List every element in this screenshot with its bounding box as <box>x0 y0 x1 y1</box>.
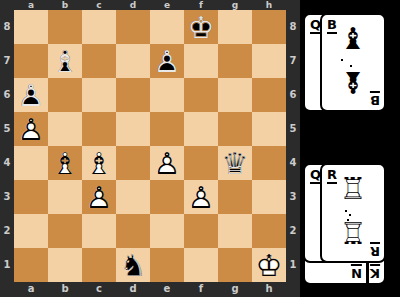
piece-glyph-fill: ♚ <box>252 248 286 282</box>
square-h2[interactable] <box>252 214 286 248</box>
square-e6[interactable] <box>150 78 184 112</box>
piece-glyph-outline: ♘ <box>116 248 150 282</box>
square-c4[interactable]: ♝♗ <box>82 146 116 180</box>
piece-glyph-fill: ♟ <box>14 112 48 146</box>
piece-glyph-fill: ♟ <box>150 146 184 180</box>
white-bishop[interactable]: ♝♗ <box>82 146 116 180</box>
square-e3[interactable] <box>150 180 184 214</box>
piece-glyph-fill: ♟ <box>150 44 184 78</box>
black-bishop[interactable]: ♝♗ <box>48 44 82 78</box>
card-rank-index: R <box>327 168 337 184</box>
piece-glyph-fill: ♟ <box>14 78 48 112</box>
square-f6[interactable] <box>184 78 218 112</box>
chess-board[interactable]: ♚♔♝♗♟♙♟♙♟♙♝♗♝♗♟♙♛♕♟♙♟♙♞♘♚♔ <box>14 10 286 282</box>
card-dot <box>341 59 343 61</box>
card-dot <box>347 219 349 221</box>
square-f7[interactable] <box>184 44 218 78</box>
square-a3[interactable] <box>14 180 48 214</box>
square-f4[interactable] <box>184 146 218 180</box>
piece-glyph-outline: ♗ <box>48 146 82 180</box>
square-e7[interactable]: ♟♙ <box>150 44 184 78</box>
piece-glyph-fill: ♟ <box>82 180 116 214</box>
card-dot <box>350 65 352 67</box>
file-label-h: h <box>252 282 286 297</box>
square-c1[interactable] <box>82 248 116 282</box>
piece-glyph-fill: ♚ <box>184 10 218 44</box>
white-pawn[interactable]: ♟♙ <box>150 146 184 180</box>
file-label-c: c <box>82 0 116 10</box>
square-a1[interactable] <box>14 248 48 282</box>
white-king[interactable]: ♚♔ <box>252 248 286 282</box>
rank-labels-right: 87654321 <box>286 10 300 282</box>
white-bishop[interactable]: ♝♗ <box>48 146 82 180</box>
file-label-b: b <box>48 282 82 297</box>
rank-label-5: 5 <box>0 112 14 146</box>
square-a8[interactable] <box>14 10 48 44</box>
square-g7[interactable] <box>218 44 252 78</box>
square-d4[interactable] <box>116 146 150 180</box>
square-b3[interactable] <box>48 180 82 214</box>
file-label-a: a <box>14 0 48 10</box>
square-c2[interactable] <box>82 214 116 248</box>
square-g3[interactable] <box>218 180 252 214</box>
rank-label-3: 3 <box>286 180 300 214</box>
piece-glyph-outline: ♙ <box>14 112 48 146</box>
square-d8[interactable] <box>116 10 150 44</box>
square-c3[interactable]: ♟♙ <box>82 180 116 214</box>
square-c7[interactable] <box>82 44 116 78</box>
black-queen[interactable]: ♛♕ <box>218 146 252 180</box>
cards-panel: Q B ♝ ♝ B N K Q R ♖ ♖ R <box>300 0 400 297</box>
square-f8[interactable]: ♚♔ <box>184 10 218 44</box>
square-g8[interactable] <box>218 10 252 44</box>
rank-labels-left: 87654321 <box>0 10 14 282</box>
piece-glyph-outline: ♔ <box>184 10 218 44</box>
file-label-e: e <box>150 0 184 10</box>
rank-label-3: 3 <box>0 180 14 214</box>
black-king[interactable]: ♚♔ <box>184 10 218 44</box>
square-d6[interactable] <box>116 78 150 112</box>
rank-label-6: 6 <box>286 78 300 112</box>
file-label-g: g <box>218 282 252 297</box>
square-g4[interactable]: ♛♕ <box>218 146 252 180</box>
square-e4[interactable]: ♟♙ <box>150 146 184 180</box>
square-d1[interactable]: ♞♘ <box>116 248 150 282</box>
square-g5[interactable] <box>218 112 252 146</box>
square-d3[interactable] <box>116 180 150 214</box>
file-label-e: e <box>150 282 184 297</box>
piece-glyph-fill: ♛ <box>218 146 252 180</box>
square-g1[interactable] <box>218 248 252 282</box>
piece-glyph-fill: ♝ <box>48 44 82 78</box>
square-h6[interactable] <box>252 78 286 112</box>
piece-glyph-fill: ♝ <box>48 146 82 180</box>
file-label-f: f <box>184 282 218 297</box>
rank-label-2: 2 <box>0 214 14 248</box>
card-rank-index-inverted: R <box>370 242 380 258</box>
rank-label-8: 8 <box>0 10 14 44</box>
card-rank-index-inverted: K <box>370 264 380 280</box>
square-c5[interactable] <box>82 112 116 146</box>
rank-label-7: 7 <box>0 44 14 78</box>
square-c8[interactable] <box>82 10 116 44</box>
piece-glyph-outline: ♔ <box>252 248 286 282</box>
file-labels-top: abcdefgh <box>14 0 286 10</box>
square-d7[interactable] <box>116 44 150 78</box>
square-e2[interactable] <box>150 214 184 248</box>
white-pawn[interactable]: ♟♙ <box>82 180 116 214</box>
piece-glyph-outline: ♕ <box>218 146 252 180</box>
square-b4[interactable]: ♝♗ <box>48 146 82 180</box>
black-pawn[interactable]: ♟♙ <box>150 44 184 78</box>
rank-label-6: 6 <box>0 78 14 112</box>
rank-label-5: 5 <box>286 112 300 146</box>
piece-glyph-outline: ♙ <box>14 78 48 112</box>
square-a6[interactable]: ♟♙ <box>14 78 48 112</box>
card-dot <box>349 214 351 216</box>
piece-glyph-outline: ♙ <box>150 146 184 180</box>
file-label-a: a <box>14 282 48 297</box>
square-d2[interactable] <box>116 214 150 248</box>
file-label-h: h <box>252 0 286 10</box>
square-c6[interactable] <box>82 78 116 112</box>
piece-glyph-outline: ♙ <box>82 180 116 214</box>
rank-label-4: 4 <box>286 146 300 180</box>
square-e5[interactable] <box>150 112 184 146</box>
black-pawn[interactable]: ♟♙ <box>14 78 48 112</box>
rank-label-1: 1 <box>286 248 300 282</box>
square-e8[interactable] <box>150 10 184 44</box>
rank-label-1: 1 <box>0 248 14 282</box>
white-pawn[interactable]: ♟♙ <box>184 180 218 214</box>
square-e1[interactable] <box>150 248 184 282</box>
square-g2[interactable] <box>218 214 252 248</box>
card-rank-index-inverted: N <box>351 264 362 280</box>
board-area: abcdefgh abcdefgh 87654321 87654321 ♚♔♝♗… <box>0 0 300 297</box>
piece-glyph-outline: ♙ <box>184 180 218 214</box>
file-label-d: d <box>116 282 150 297</box>
white-pawn[interactable]: ♟♙ <box>14 112 48 146</box>
rank-label-7: 7 <box>286 44 300 78</box>
square-f5[interactable] <box>184 112 218 146</box>
square-a2[interactable] <box>14 214 48 248</box>
square-b5[interactable] <box>48 112 82 146</box>
card-rank-index-inverted: B <box>370 91 380 107</box>
square-h5[interactable] <box>252 112 286 146</box>
file-label-b: b <box>48 0 82 10</box>
square-d5[interactable] <box>116 112 150 146</box>
square-h1[interactable]: ♚♔ <box>252 248 286 282</box>
rank-label-2: 2 <box>286 214 300 248</box>
piece-glyph-fill: ♝ <box>82 146 116 180</box>
card-bishop[interactable]: B ♝ ♝ B <box>320 13 386 112</box>
file-label-f: f <box>184 0 218 10</box>
square-h7[interactable] <box>252 44 286 78</box>
square-a4[interactable] <box>14 146 48 180</box>
piece-glyph-outline: ♗ <box>82 146 116 180</box>
square-a7[interactable] <box>14 44 48 78</box>
file-label-d: d <box>116 0 150 10</box>
file-label-g: g <box>218 0 252 10</box>
square-b1[interactable] <box>48 248 82 282</box>
square-h4[interactable] <box>252 146 286 180</box>
square-f2[interactable] <box>184 214 218 248</box>
rank-label-4: 4 <box>0 146 14 180</box>
square-a5[interactable]: ♟♙ <box>14 112 48 146</box>
square-b7[interactable]: ♝♗ <box>48 44 82 78</box>
square-b8[interactable] <box>48 10 82 44</box>
file-label-c: c <box>82 282 116 297</box>
square-b2[interactable] <box>48 214 82 248</box>
rank-label-8: 8 <box>286 10 300 44</box>
piece-glyph-outline: ♗ <box>48 44 82 78</box>
square-g6[interactable] <box>218 78 252 112</box>
piece-glyph-fill: ♟ <box>184 180 218 214</box>
file-labels-bottom: abcdefgh <box>14 282 286 297</box>
square-h8[interactable] <box>252 10 286 44</box>
square-f1[interactable] <box>184 248 218 282</box>
card-dot <box>345 210 347 212</box>
black-knight[interactable]: ♞♘ <box>116 248 150 282</box>
square-f3[interactable]: ♟♙ <box>184 180 218 214</box>
card-rank-index: B <box>327 18 337 34</box>
piece-glyph-outline: ♙ <box>150 44 184 78</box>
square-b6[interactable] <box>48 78 82 112</box>
square-h3[interactable] <box>252 180 286 214</box>
piece-glyph-fill: ♞ <box>116 248 150 282</box>
card-rook[interactable]: R ♖ ♖ R <box>320 163 386 263</box>
